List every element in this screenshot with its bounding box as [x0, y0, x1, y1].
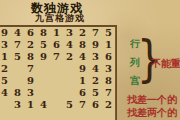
sudoku-cell-r8c4[interactable] [37, 111, 51, 120]
sudoku-cell-r8c9[interactable] [102, 111, 116, 120]
sudoku-cell-r8c5[interactable] [50, 111, 64, 120]
sudoku-app-screen: 数独游戏 九宫格游戏 94681327537256489115897243627… [0, 0, 180, 120]
tip-find-missing-two: 找差两个的 [127, 106, 177, 120]
sudoku-cell-r8c2[interactable] [11, 111, 25, 120]
sudoku-cell-r8c8[interactable] [89, 111, 103, 120]
sudoku-board: 9468132753725648911589724362794359128483… [0, 25, 117, 120]
tip-find-missing-one: 找差一个的 [127, 93, 177, 107]
rule-no-repeat-text: 不能重 [151, 57, 180, 71]
page-subtitle: 九宫格游戏 [12, 12, 108, 25]
sudoku-cell-r8c7[interactable] [76, 111, 90, 120]
